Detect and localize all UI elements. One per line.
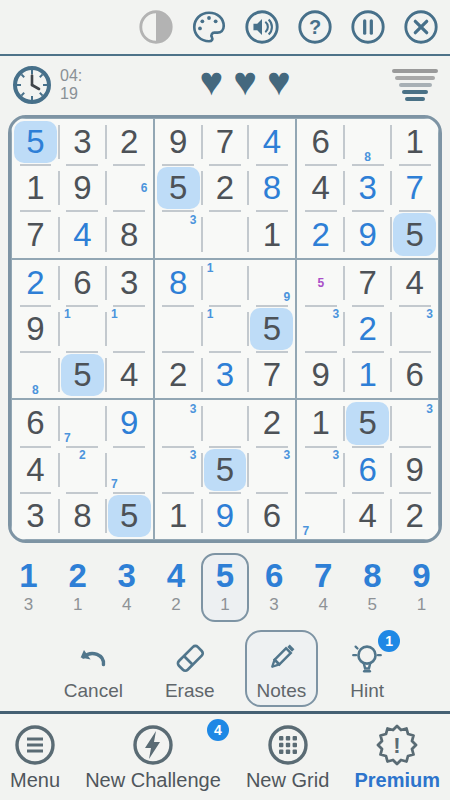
pad-remaining-count: 5 — [368, 595, 377, 615]
cell-r8c1[interactable]: 4 — [12, 447, 59, 493]
cell-r1c1[interactable]: 5 — [12, 119, 59, 165]
cell-r4c5[interactable]: 1 — [202, 260, 249, 306]
cell-r3c4[interactable]: 3 — [155, 211, 202, 257]
pencil-notes: 8 — [345, 120, 390, 164]
cell-r8c9[interactable]: 9 — [391, 447, 438, 493]
given-digit: 2 — [263, 404, 281, 442]
entered-digit: 2 — [312, 216, 330, 254]
cell-r9c7[interactable]: 7 — [297, 493, 344, 539]
erase-button[interactable]: Erase — [153, 630, 227, 707]
cell-r1c8[interactable]: 8 — [344, 119, 391, 165]
cell-r9c8[interactable]: 4 — [344, 493, 391, 539]
pencil-notes: 3 — [392, 401, 437, 445]
box-2: 97452831 — [154, 118, 297, 259]
given-digit: 1 — [169, 497, 187, 535]
cell-r8c2[interactable]: 2 — [59, 447, 106, 493]
entered-digit: 2 — [26, 264, 44, 302]
cell-r6c5[interactable]: 3 — [202, 352, 249, 398]
given-digit: 5 — [216, 451, 234, 489]
box-1: 532196748 — [11, 118, 154, 259]
box-3: 681437295 — [296, 118, 439, 259]
pencil-notes: 1 — [107, 307, 152, 351]
given-digit: 3 — [26, 497, 44, 535]
given-digit: 8 — [73, 497, 91, 535]
pad-remaining-count: 4 — [122, 595, 131, 615]
given-digit: 5 — [405, 216, 423, 254]
pencil-notes: 3 — [156, 212, 201, 256]
given-digit: 9 — [73, 169, 91, 207]
cell-r3c2[interactable]: 4 — [59, 211, 106, 257]
given-digit: 1 — [26, 169, 44, 207]
help-icon[interactable]: ? — [296, 8, 334, 46]
given-digit: 5 — [73, 356, 91, 394]
pencil-notes: 3 — [156, 401, 201, 445]
cell-r4c6[interactable]: 9 — [248, 260, 295, 306]
cell-r8c6[interactable]: 3 — [248, 447, 295, 493]
cell-r7c6[interactable]: 2 — [248, 400, 295, 446]
status-row: 04: 19 ♥♥♥ — [0, 56, 450, 113]
pad-remaining-count: 4 — [318, 595, 327, 615]
pencil-notes: 8 — [13, 353, 58, 397]
pad-remaining-count: 2 — [171, 595, 180, 615]
pad-digit-9[interactable]: 91 — [397, 553, 445, 622]
cell-r9c2[interactable]: 8 — [59, 493, 106, 539]
cell-r5c9[interactable]: 3 — [391, 306, 438, 352]
cell-r4c7[interactable]: 5 — [297, 260, 344, 306]
cell-r3c8[interactable]: 9 — [344, 211, 391, 257]
cell-r5c5[interactable]: 1 — [202, 306, 249, 352]
cell-r6c2[interactable]: 5 — [59, 352, 106, 398]
cell-r1c3[interactable]: 2 — [106, 119, 153, 165]
cell-r6c9[interactable]: 6 — [391, 352, 438, 398]
svg-text:!: ! — [394, 733, 401, 758]
given-digit: 2 — [120, 123, 138, 161]
cell-r5c3[interactable]: 1 — [106, 306, 153, 352]
cell-r4c1[interactable]: 2 — [12, 260, 59, 306]
cell-r1c9[interactable]: 1 — [391, 119, 438, 165]
box-5: 81915237 — [154, 259, 297, 400]
cell-r8c8[interactable]: 6 — [344, 447, 391, 493]
cell-r5c8[interactable]: 2 — [344, 306, 391, 352]
timer-value: 04: 19 — [60, 67, 82, 103]
given-digit: 5 — [358, 404, 376, 442]
cell-r2c9[interactable]: 7 — [391, 165, 438, 211]
given-digit: 7 — [263, 356, 281, 394]
new-grid-label: New Grid — [246, 769, 329, 792]
contrast-icon[interactable] — [137, 8, 175, 46]
bottom-nav: Menu 4 New Challenge New Grid ! Premium — [0, 711, 450, 800]
pad-number: 2 — [68, 558, 86, 594]
cell-r9c3[interactable]: 5 — [106, 493, 153, 539]
cell-r7c2[interactable]: 7 — [59, 400, 106, 446]
given-digit: 8 — [120, 216, 138, 254]
hint-button[interactable]: 1 Hint — [336, 630, 398, 707]
given-digit: 7 — [26, 216, 44, 254]
sudoku-board: 5321967489745283168143729526391185481915… — [8, 115, 442, 543]
cell-r2c1[interactable]: 1 — [12, 165, 59, 211]
pad-digit-2[interactable]: 21 — [54, 553, 102, 622]
new-challenge-button[interactable]: 4 New Challenge — [83, 723, 223, 792]
given-digit: 5 — [169, 169, 187, 207]
given-digit: 9 — [169, 123, 187, 161]
challenge-bolt-icon — [131, 723, 175, 767]
box-8: 32353196 — [154, 399, 297, 540]
pencil-notes: 3 — [392, 307, 437, 351]
pencil-notes: 3 — [156, 448, 201, 492]
given-digit: 6 — [405, 356, 423, 394]
cell-r2c3[interactable]: 6 — [106, 165, 153, 211]
heart-icon: ♥ — [200, 59, 234, 103]
given-digit: 1 — [405, 123, 423, 161]
sound-icon[interactable] — [243, 8, 281, 46]
box-9: 153369742 — [296, 399, 439, 540]
given-digit: 4 — [312, 169, 330, 207]
pad-digit-6[interactable]: 63 — [250, 553, 298, 622]
entered-digit: 8 — [263, 169, 281, 207]
cell-r8c5[interactable]: 5 — [202, 447, 249, 493]
given-digit: 1 — [312, 404, 330, 442]
pad-remaining-count: 1 — [73, 595, 82, 615]
cell-r1c7[interactable]: 6 — [297, 119, 344, 165]
premium-seal-icon: ! — [375, 723, 419, 767]
cell-r4c3[interactable]: 3 — [106, 260, 153, 306]
entered-digit: 9 — [216, 497, 234, 535]
pad-number: 5 — [216, 558, 234, 594]
pad-number: 4 — [167, 558, 185, 594]
cell-r6c1[interactable]: 8 — [12, 352, 59, 398]
pencil-notes: 7 — [60, 401, 105, 445]
pad-remaining-count: 1 — [220, 595, 229, 615]
cell-r5c4[interactable] — [155, 306, 202, 352]
pad-remaining-count: 3 — [24, 595, 33, 615]
entered-digit: 8 — [169, 264, 187, 302]
pad-digit-4[interactable]: 42 — [152, 553, 200, 622]
cancel-label: Cancel — [64, 680, 123, 702]
cell-r8c7[interactable]: 3 — [297, 447, 344, 493]
cell-r2c7[interactable]: 4 — [297, 165, 344, 211]
pad-number: 1 — [19, 558, 37, 594]
new-challenge-label: New Challenge — [85, 769, 221, 792]
pad-remaining-count: 1 — [417, 595, 426, 615]
pencil-notes: 7 — [107, 448, 152, 492]
cancel-button[interactable]: Cancel — [52, 630, 135, 707]
given-digit: 4 — [120, 356, 138, 394]
cell-r1c2[interactable]: 3 — [59, 119, 106, 165]
given-digit: 1 — [263, 216, 281, 254]
pad-remaining-count: 3 — [269, 595, 278, 615]
given-digit: 3 — [120, 264, 138, 302]
given-digit: 5 — [120, 497, 138, 535]
top-icon-bar: ? — [0, 0, 450, 56]
given-digit: 7 — [358, 264, 376, 302]
cell-r7c8[interactable]: 5 — [344, 400, 391, 446]
cell-r2c6[interactable]: 8 — [248, 165, 295, 211]
cell-r1c5[interactable]: 7 — [202, 119, 249, 165]
cell-r3c9[interactable]: 5 — [391, 211, 438, 257]
pencil-notes: 6 — [107, 166, 152, 210]
close-icon[interactable] — [402, 8, 440, 46]
given-digit: 2 — [169, 356, 187, 394]
given-digit: 6 — [312, 123, 330, 161]
given-digit: 5 — [263, 310, 281, 348]
pad-number: 8 — [363, 558, 381, 594]
box-6: 574323916 — [296, 259, 439, 400]
cell-r7c7[interactable]: 1 — [297, 400, 344, 446]
given-digit: 6 — [263, 497, 281, 535]
given-digit: 9 — [405, 451, 423, 489]
cell-r2c5[interactable]: 2 — [202, 165, 249, 211]
pencil-notes: 3 — [298, 307, 343, 351]
cell-r7c5[interactable] — [202, 400, 249, 446]
notes-label: Notes — [257, 680, 307, 702]
cell-r2c4[interactable]: 5 — [155, 165, 202, 211]
pencil-notes: 9 — [249, 261, 294, 305]
grid-icon — [266, 723, 310, 767]
entered-digit: 9 — [358, 216, 376, 254]
cell-r8c3[interactable]: 7 — [106, 447, 153, 493]
cell-r4c4[interactable]: 8 — [155, 260, 202, 306]
pencil-icon — [262, 639, 300, 677]
cell-r5c2[interactable]: 1 — [59, 306, 106, 352]
cell-r3c7[interactable]: 2 — [297, 211, 344, 257]
cell-r4c8[interactable]: 7 — [344, 260, 391, 306]
cell-r3c1[interactable]: 7 — [12, 211, 59, 257]
entered-digit: 4 — [263, 123, 281, 161]
pad-digit-8[interactable]: 85 — [348, 553, 396, 622]
notes-button[interactable]: Notes — [245, 630, 319, 707]
menu-icon — [13, 723, 57, 767]
given-digit: 2 — [405, 497, 423, 535]
tool-row: Cancel Erase Notes 1 — [0, 630, 450, 707]
pad-digit-3[interactable]: 34 — [103, 553, 151, 622]
heart-icon: ♥ — [233, 59, 267, 103]
cell-r9c1[interactable]: 3 — [12, 493, 59, 539]
pencil-notes: 5 — [298, 261, 343, 305]
given-digit: 3 — [73, 123, 91, 161]
given-digit: 6 — [26, 404, 44, 442]
pad-number: 9 — [412, 558, 430, 594]
pause-icon[interactable] — [349, 8, 387, 46]
premium-label: Premium — [354, 769, 440, 792]
timer: 04: 19 — [10, 63, 82, 107]
cell-r6c3[interactable]: 4 — [106, 352, 153, 398]
pencil-notes: 1 — [60, 307, 105, 351]
cell-r9c9[interactable]: 2 — [391, 493, 438, 539]
menu-label: Menu — [10, 769, 60, 792]
menu-button[interactable]: Menu — [8, 723, 62, 792]
given-digit: 6 — [73, 264, 91, 302]
entered-digit: 4 — [73, 216, 91, 254]
cell-r2c2[interactable]: 9 — [59, 165, 106, 211]
new-grid-button[interactable]: New Grid — [244, 723, 331, 792]
pad-number: 6 — [265, 558, 283, 594]
pencil-notes: 1 — [203, 261, 248, 305]
eraser-icon — [171, 639, 209, 677]
cell-r3c5[interactable] — [202, 211, 249, 257]
premium-button[interactable]: ! Premium — [352, 723, 442, 792]
pad-number: 3 — [118, 558, 136, 594]
cell-r5c7[interactable]: 3 — [297, 306, 344, 352]
pad-digit-5[interactable]: 51 — [201, 553, 249, 622]
box-7: 679427385 — [11, 399, 154, 540]
difficulty-levels-icon[interactable] — [390, 69, 440, 101]
cell-r3c3[interactable]: 8 — [106, 211, 153, 257]
cell-r7c4[interactable]: 3 — [155, 400, 202, 446]
cell-r9c6[interactable]: 6 — [248, 493, 295, 539]
pencil-notes: 1 — [203, 307, 248, 351]
cell-r4c2[interactable]: 6 — [59, 260, 106, 306]
entered-digit: 3 — [358, 169, 376, 207]
given-digit: 7 — [216, 123, 234, 161]
given-digit: 4 — [358, 497, 376, 535]
cell-r1c4[interactable]: 9 — [155, 119, 202, 165]
entered-digit: 3 — [216, 356, 234, 394]
cell-r6c6[interactable]: 7 — [248, 352, 295, 398]
lives-hearts: ♥♥♥ — [110, 59, 390, 104]
cell-r5c6[interactable]: 5 — [248, 306, 295, 352]
cell-r7c3[interactable]: 9 — [106, 400, 153, 446]
box-4: 263911854 — [11, 259, 154, 400]
pad-number: 7 — [314, 558, 332, 594]
entered-digit: 5 — [26, 123, 44, 161]
cell-r9c4[interactable]: 1 — [155, 493, 202, 539]
cell-r6c7[interactable]: 9 — [297, 352, 344, 398]
entered-digit: 7 — [405, 169, 423, 207]
cell-r8c4[interactable]: 3 — [155, 447, 202, 493]
svg-text:?: ? — [309, 16, 321, 38]
cell-r2c8[interactable]: 3 — [344, 165, 391, 211]
entered-digit: 1 — [358, 356, 376, 394]
cell-r6c8[interactable]: 1 — [344, 352, 391, 398]
erase-label: Erase — [165, 680, 215, 702]
cell-r7c1[interactable]: 6 — [12, 400, 59, 446]
pad-digit-7[interactable]: 74 — [299, 553, 347, 622]
entered-digit: 9 — [120, 404, 138, 442]
pad-digit-1[interactable]: 13 — [5, 553, 53, 622]
cell-r1c6[interactable]: 4 — [248, 119, 295, 165]
cell-r5c1[interactable]: 9 — [12, 306, 59, 352]
challenge-badge: 4 — [207, 719, 229, 741]
cell-r6c4[interactable]: 2 — [155, 352, 202, 398]
cell-r4c9[interactable]: 4 — [391, 260, 438, 306]
pencil-notes: 7 — [298, 494, 343, 538]
cell-r3c6[interactable]: 1 — [248, 211, 295, 257]
cell-r7c9[interactable]: 3 — [391, 400, 438, 446]
given-digit: 2 — [216, 169, 234, 207]
given-digit: 9 — [26, 310, 44, 348]
hint-label: Hint — [350, 680, 384, 702]
entered-digit: 2 — [358, 310, 376, 348]
hint-badge: 1 — [378, 630, 400, 652]
pencil-notes: 2 — [60, 448, 105, 492]
given-digit: 4 — [26, 451, 44, 489]
palette-icon[interactable] — [190, 8, 228, 46]
clock-icon — [10, 63, 54, 107]
given-digit: 9 — [312, 356, 330, 394]
pencil-notes: 3 — [298, 448, 343, 492]
cell-r9c5[interactable]: 9 — [202, 493, 249, 539]
pencil-notes: 3 — [249, 448, 294, 492]
entered-digit: 6 — [358, 451, 376, 489]
undo-icon — [74, 639, 112, 677]
given-digit: 4 — [405, 264, 423, 302]
heart-icon: ♥ — [267, 59, 301, 103]
number-pad: 132134425163748591 — [0, 553, 450, 622]
